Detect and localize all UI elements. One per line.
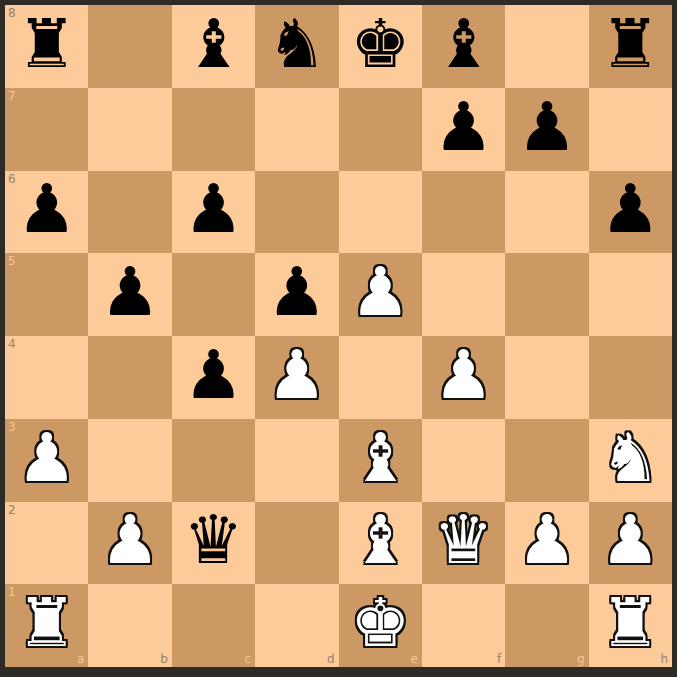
piece-white-pawn-d4[interactable]: ♟	[267, 342, 327, 409]
square-b8[interactable]	[88, 5, 171, 88]
square-a6[interactable]: 6♟	[5, 171, 88, 254]
piece-black-pawn-d5[interactable]: ♟	[267, 259, 327, 326]
piece-black-bishop-f8[interactable]: ♝	[434, 11, 494, 78]
square-h4[interactable]	[589, 336, 672, 419]
square-h5[interactable]	[589, 253, 672, 336]
piece-black-rook-h8[interactable]: ♜	[600, 11, 660, 78]
piece-white-bishop-e2[interactable]: ♝	[350, 507, 410, 574]
piece-white-king-e1[interactable]: ♚	[350, 590, 410, 657]
square-h2[interactable]: ♟	[589, 502, 672, 585]
square-h6[interactable]: ♟	[589, 171, 672, 254]
square-f2[interactable]: ♛	[422, 502, 505, 585]
file-label-d: d	[327, 653, 335, 665]
square-b7[interactable]	[88, 88, 171, 171]
rank-label-2: 2	[8, 504, 16, 516]
piece-black-king-e8[interactable]: ♚	[350, 11, 410, 78]
piece-black-pawn-a6[interactable]: ♟	[17, 176, 77, 243]
rank-label-7: 7	[8, 90, 16, 102]
square-b6[interactable]	[88, 171, 171, 254]
square-c8[interactable]: ♝	[172, 5, 255, 88]
square-d1[interactable]: d	[255, 584, 338, 667]
square-c7[interactable]	[172, 88, 255, 171]
piece-black-rook-a8[interactable]: ♜	[17, 11, 77, 78]
square-f3[interactable]	[422, 419, 505, 502]
file-label-h: h	[660, 653, 668, 665]
piece-black-pawn-g7[interactable]: ♟	[517, 94, 577, 161]
square-g1[interactable]: g	[505, 584, 588, 667]
piece-white-pawn-h2[interactable]: ♟	[600, 507, 660, 574]
piece-black-pawn-h6[interactable]: ♟	[600, 176, 660, 243]
square-e2[interactable]: ♝	[339, 502, 422, 585]
square-c1[interactable]: c	[172, 584, 255, 667]
square-a7[interactable]: 7	[5, 88, 88, 171]
piece-white-rook-a1[interactable]: ♜	[17, 590, 77, 657]
rank-label-1: 1	[8, 586, 16, 598]
rank-label-8: 8	[8, 7, 16, 19]
piece-white-knight-h3[interactable]: ♞	[600, 425, 660, 492]
rank-label-4: 4	[8, 338, 16, 350]
square-g2[interactable]: ♟	[505, 502, 588, 585]
square-f5[interactable]	[422, 253, 505, 336]
square-g8[interactable]	[505, 5, 588, 88]
piece-white-pawn-e5[interactable]: ♟	[350, 259, 410, 326]
square-g4[interactable]	[505, 336, 588, 419]
square-f8[interactable]: ♝	[422, 5, 505, 88]
piece-white-bishop-e3[interactable]: ♝	[350, 425, 410, 492]
file-label-a: a	[77, 653, 84, 665]
piece-white-queen-f2[interactable]: ♛	[434, 507, 494, 574]
square-g6[interactable]	[505, 171, 588, 254]
square-b2[interactable]: ♟	[88, 502, 171, 585]
square-c6[interactable]: ♟	[172, 171, 255, 254]
file-label-c: c	[245, 653, 252, 665]
square-e5[interactable]: ♟	[339, 253, 422, 336]
chess-board: 8♜♝♞♚♝♜7♟♟6♟♟♟5♟♟♟4♟♟♟3♟♝♞2♟♛♝♛♟♟1a♜bcde…	[0, 0, 677, 677]
square-b4[interactable]	[88, 336, 171, 419]
rank-label-3: 3	[8, 421, 16, 433]
square-h7[interactable]	[589, 88, 672, 171]
piece-white-pawn-g2[interactable]: ♟	[517, 507, 577, 574]
square-d4[interactable]: ♟	[255, 336, 338, 419]
square-a3[interactable]: 3♟	[5, 419, 88, 502]
square-d2[interactable]	[255, 502, 338, 585]
square-e1[interactable]: e♚	[339, 584, 422, 667]
square-e8[interactable]: ♚	[339, 5, 422, 88]
square-a5[interactable]: 5	[5, 253, 88, 336]
square-f6[interactable]	[422, 171, 505, 254]
piece-black-knight-d8[interactable]: ♞	[267, 11, 327, 78]
square-c5[interactable]	[172, 253, 255, 336]
square-h8[interactable]: ♜	[589, 5, 672, 88]
square-a4[interactable]: 4	[5, 336, 88, 419]
board-grid: 8♜♝♞♚♝♜7♟♟6♟♟♟5♟♟♟4♟♟♟3♟♝♞2♟♛♝♛♟♟1a♜bcde…	[5, 5, 672, 667]
piece-black-pawn-f7[interactable]: ♟	[434, 94, 494, 161]
square-c2[interactable]: ♛	[172, 502, 255, 585]
piece-white-rook-h1[interactable]: ♜	[600, 590, 660, 657]
square-e7[interactable]	[339, 88, 422, 171]
square-h1[interactable]: h♜	[589, 584, 672, 667]
file-label-b: b	[160, 653, 168, 665]
square-a8[interactable]: 8♜	[5, 5, 88, 88]
file-label-g: g	[577, 653, 585, 665]
square-g7[interactable]: ♟	[505, 88, 588, 171]
rank-label-6: 6	[8, 173, 16, 185]
square-d7[interactable]	[255, 88, 338, 171]
square-a1[interactable]: 1a♜	[5, 584, 88, 667]
square-c3[interactable]	[172, 419, 255, 502]
square-d6[interactable]	[255, 171, 338, 254]
rank-label-5: 5	[8, 255, 16, 267]
square-c4[interactable]: ♟	[172, 336, 255, 419]
square-d5[interactable]: ♟	[255, 253, 338, 336]
square-d3[interactable]	[255, 419, 338, 502]
square-f1[interactable]: f	[422, 584, 505, 667]
piece-black-pawn-c4[interactable]: ♟	[183, 342, 243, 409]
square-b3[interactable]	[88, 419, 171, 502]
square-e6[interactable]	[339, 171, 422, 254]
square-e4[interactable]	[339, 336, 422, 419]
piece-black-pawn-c6[interactable]: ♟	[183, 176, 243, 243]
piece-white-pawn-b2[interactable]: ♟	[100, 507, 160, 574]
square-g3[interactable]	[505, 419, 588, 502]
square-f4[interactable]: ♟	[422, 336, 505, 419]
square-e3[interactable]: ♝	[339, 419, 422, 502]
square-b1[interactable]: b	[88, 584, 171, 667]
file-label-f: f	[497, 653, 501, 665]
file-label-e: e	[410, 653, 417, 665]
square-f7[interactable]: ♟	[422, 88, 505, 171]
square-d8[interactable]: ♞	[255, 5, 338, 88]
piece-white-pawn-f4[interactable]: ♟	[434, 342, 494, 409]
square-b5[interactable]: ♟	[88, 253, 171, 336]
piece-black-queen-c2[interactable]: ♛	[183, 507, 243, 574]
piece-white-pawn-a3[interactable]: ♟	[17, 425, 77, 492]
square-h3[interactable]: ♞	[589, 419, 672, 502]
square-g5[interactable]	[505, 253, 588, 336]
piece-black-bishop-c8[interactable]: ♝	[183, 11, 243, 78]
square-a2[interactable]: 2	[5, 502, 88, 585]
piece-black-pawn-b5[interactable]: ♟	[100, 259, 160, 326]
